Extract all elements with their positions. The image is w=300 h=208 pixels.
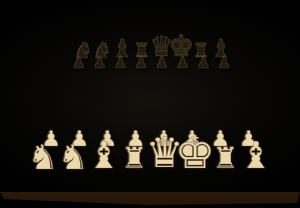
piece-white-king-f1[interactable]: ♚ xyxy=(175,130,215,175)
piece-black-pawn-b7[interactable]: ♟ xyxy=(92,55,106,71)
piece-black-pawn-e7[interactable]: ♟ xyxy=(155,55,169,71)
photo-background: ♞♞♝♜♛♚♜♝♟♟♟♟♟♟♟♟♟♟♟♟♟♟♟♟♞♞♝♜♛♚♜♝ xyxy=(0,0,300,208)
piece-black-pawn-a7[interactable]: ♟ xyxy=(72,55,86,71)
piece-black-pawn-c7[interactable]: ♟ xyxy=(113,55,127,71)
piece-black-pawn-d7[interactable]: ♟ xyxy=(134,55,148,71)
pieces-layer: ♞♞♝♜♛♚♜♝♟♟♟♟♟♟♟♟♟♟♟♟♟♟♟♟♞♞♝♜♛♚♜♝ xyxy=(0,0,300,208)
piece-black-pawn-g7[interactable]: ♟ xyxy=(196,55,210,71)
piece-white-rook-g1[interactable]: ♜ xyxy=(213,144,239,173)
piece-white-knight-b1[interactable]: ♞ xyxy=(58,139,89,173)
piece-white-knight-a1[interactable]: ♞ xyxy=(28,139,59,173)
piece-white-rook-d1[interactable]: ♜ xyxy=(121,144,147,173)
piece-white-bishop-c1[interactable]: ♝ xyxy=(87,137,120,174)
piece-black-pawn-h7[interactable]: ♟ xyxy=(217,55,231,71)
piece-white-bishop-h1[interactable]: ♝ xyxy=(239,137,272,174)
piece-black-pawn-f7[interactable]: ♟ xyxy=(175,55,189,71)
